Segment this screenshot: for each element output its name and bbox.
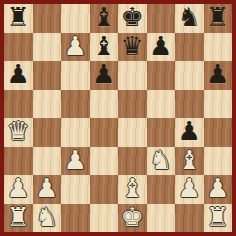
square-d6[interactable]: ♟	[90, 61, 119, 90]
piece-black-bishop: ♝	[92, 4, 115, 31]
square-a4[interactable]: ♛	[4, 118, 33, 147]
square-b2[interactable]: ♟	[33, 175, 62, 204]
square-d1[interactable]	[90, 204, 119, 233]
square-b3[interactable]	[33, 147, 62, 176]
square-d5[interactable]	[90, 90, 119, 119]
square-b7[interactable]	[33, 33, 62, 62]
square-d4[interactable]	[90, 118, 119, 147]
square-h2[interactable]: ♟	[204, 175, 233, 204]
square-h7[interactable]	[204, 33, 233, 62]
square-b6[interactable]	[33, 61, 62, 90]
square-e4[interactable]	[118, 118, 147, 147]
square-f5[interactable]	[147, 90, 176, 119]
piece-white-pawn: ♟	[206, 175, 229, 202]
chess-board-frame: ♜♝♚♞♜♟♝♛♟♟♟♟♛♟♟♞♝♟♟♝♟♟♜♞♚♜	[0, 0, 236, 236]
piece-white-pawn: ♟	[178, 175, 201, 202]
square-c8[interactable]	[61, 4, 90, 33]
piece-black-bishop: ♝	[92, 33, 115, 60]
square-c3[interactable]: ♟	[61, 147, 90, 176]
square-e3[interactable]	[118, 147, 147, 176]
square-a3[interactable]	[4, 147, 33, 176]
piece-white-pawn: ♟	[64, 33, 87, 60]
piece-black-pawn: ♟	[178, 118, 201, 145]
square-c4[interactable]	[61, 118, 90, 147]
piece-white-knight: ♞	[35, 204, 58, 231]
square-g5[interactable]	[175, 90, 204, 119]
square-b1[interactable]: ♞	[33, 204, 62, 233]
square-e2[interactable]: ♝	[118, 175, 147, 204]
chess-board: ♜♝♚♞♜♟♝♛♟♟♟♟♛♟♟♞♝♟♟♝♟♟♜♞♚♜	[4, 4, 232, 232]
piece-black-pawn: ♟	[7, 61, 30, 88]
piece-white-rook: ♜	[7, 204, 30, 231]
square-d2[interactable]	[90, 175, 119, 204]
square-f6[interactable]	[147, 61, 176, 90]
piece-white-bishop: ♝	[178, 147, 201, 174]
square-d3[interactable]	[90, 147, 119, 176]
square-a1[interactable]: ♜	[4, 204, 33, 233]
square-h1[interactable]: ♜	[204, 204, 233, 233]
piece-black-pawn: ♟	[92, 61, 115, 88]
square-a8[interactable]: ♜	[4, 4, 33, 33]
piece-white-bishop: ♝	[121, 175, 144, 202]
piece-white-king: ♚	[121, 204, 144, 231]
square-g2[interactable]: ♟	[175, 175, 204, 204]
square-e8[interactable]: ♚	[118, 4, 147, 33]
piece-white-pawn: ♟	[64, 147, 87, 174]
square-b8[interactable]	[33, 4, 62, 33]
square-g3[interactable]: ♝	[175, 147, 204, 176]
square-f3[interactable]: ♞	[147, 147, 176, 176]
piece-black-rook: ♜	[206, 4, 229, 31]
square-h5[interactable]	[204, 90, 233, 119]
square-f2[interactable]	[147, 175, 176, 204]
square-g4[interactable]: ♟	[175, 118, 204, 147]
square-f1[interactable]	[147, 204, 176, 233]
square-e7[interactable]: ♛	[118, 33, 147, 62]
square-e5[interactable]	[118, 90, 147, 119]
square-d7[interactable]: ♝	[90, 33, 119, 62]
square-a2[interactable]: ♟	[4, 175, 33, 204]
square-c7[interactable]: ♟	[61, 33, 90, 62]
square-a6[interactable]: ♟	[4, 61, 33, 90]
piece-white-pawn: ♟	[7, 175, 30, 202]
square-a7[interactable]	[4, 33, 33, 62]
square-c6[interactable]	[61, 61, 90, 90]
square-g7[interactable]	[175, 33, 204, 62]
square-e6[interactable]	[118, 61, 147, 90]
square-c2[interactable]	[61, 175, 90, 204]
piece-white-rook: ♜	[206, 204, 229, 231]
square-g8[interactable]: ♞	[175, 4, 204, 33]
square-b5[interactable]	[33, 90, 62, 119]
square-c1[interactable]	[61, 204, 90, 233]
square-b4[interactable]	[33, 118, 62, 147]
square-h3[interactable]	[204, 147, 233, 176]
square-h4[interactable]	[204, 118, 233, 147]
square-f8[interactable]	[147, 4, 176, 33]
piece-white-knight: ♞	[149, 147, 172, 174]
piece-black-pawn: ♟	[149, 33, 172, 60]
piece-black-queen: ♛	[121, 33, 144, 60]
piece-black-knight: ♞	[178, 4, 201, 31]
square-f4[interactable]	[147, 118, 176, 147]
square-e1[interactable]: ♚	[118, 204, 147, 233]
square-a5[interactable]	[4, 90, 33, 119]
square-g6[interactable]	[175, 61, 204, 90]
piece-white-pawn: ♟	[35, 175, 58, 202]
square-d8[interactable]: ♝	[90, 4, 119, 33]
square-g1[interactable]	[175, 204, 204, 233]
piece-black-pawn: ♟	[206, 61, 229, 88]
square-h8[interactable]: ♜	[204, 4, 233, 33]
piece-black-rook: ♜	[7, 4, 30, 31]
square-f7[interactable]: ♟	[147, 33, 176, 62]
piece-black-king: ♚	[121, 4, 144, 31]
square-h6[interactable]: ♟	[204, 61, 233, 90]
piece-white-queen: ♛	[7, 118, 30, 145]
square-c5[interactable]	[61, 90, 90, 119]
